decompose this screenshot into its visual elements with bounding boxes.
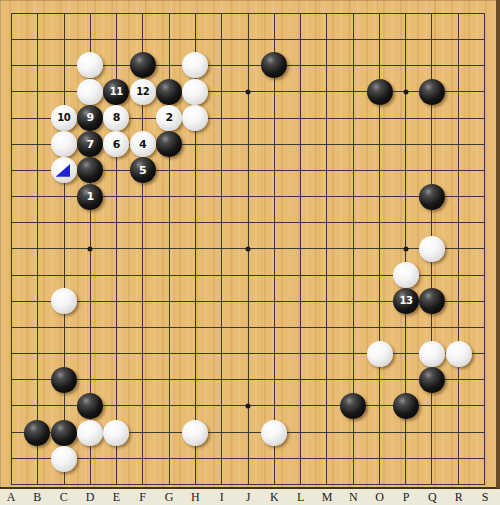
move-number: 13: [400, 296, 413, 306]
coordinate-label: N: [344, 490, 362, 504]
star-point: [404, 89, 409, 94]
coordinate-label: J: [239, 490, 257, 504]
stone-black[interactable]: [24, 420, 50, 446]
move-number: 5: [139, 165, 146, 176]
coordinate-label: I: [213, 490, 231, 504]
stone-white[interactable]: [261, 420, 287, 446]
move-number: 6: [113, 139, 120, 150]
coordinate-label: F: [134, 490, 152, 504]
star-point: [246, 404, 251, 409]
coordinate-label: D: [81, 490, 99, 504]
move-number: 4: [139, 139, 146, 150]
stone-white[interactable]: [182, 52, 208, 78]
move-number: 2: [165, 112, 172, 123]
stone-white[interactable]: 4: [130, 131, 156, 157]
coordinate-label: H: [186, 490, 204, 504]
coordinate-label: A: [2, 490, 20, 504]
stone-white[interactable]: [419, 341, 445, 367]
coordinate-label: C: [55, 490, 73, 504]
stone-white[interactable]: [393, 262, 419, 288]
stone-white[interactable]: 6: [103, 131, 129, 157]
stone-white[interactable]: [182, 79, 208, 105]
star-point: [404, 247, 409, 252]
stone-black[interactable]: [340, 393, 366, 419]
coordinate-label: O: [371, 490, 389, 504]
stone-black[interactable]: [419, 288, 445, 314]
coordinate-label: E: [107, 490, 125, 504]
board-overlay: 1112109827645113: [11, 13, 485, 485]
star-point: [246, 89, 251, 94]
stone-white[interactable]: [51, 131, 77, 157]
stone-black[interactable]: [419, 184, 445, 210]
stone-black[interactable]: [367, 79, 393, 105]
coordinate-label: S: [476, 490, 494, 504]
stone-black[interactable]: [419, 79, 445, 105]
stone-black[interactable]: [51, 367, 77, 393]
stone-black[interactable]: [393, 393, 419, 419]
coordinate-label: K: [265, 490, 283, 504]
move-number: 12: [136, 87, 149, 97]
stone-white[interactable]: [182, 105, 208, 131]
stone-white[interactable]: [182, 420, 208, 446]
stone-black[interactable]: [130, 52, 156, 78]
stone-white[interactable]: [51, 446, 77, 472]
move-number: 7: [86, 139, 93, 150]
stone-black[interactable]: [419, 367, 445, 393]
stone-white[interactable]: [77, 79, 103, 105]
move-number: 10: [57, 113, 70, 123]
stone-white[interactable]: [51, 288, 77, 314]
stone-white[interactable]: [77, 52, 103, 78]
coordinate-label: Q: [423, 490, 441, 504]
stone-white[interactable]: [367, 341, 393, 367]
coordinate-label: B: [28, 490, 46, 504]
go-board[interactable]: 1112109827645113: [0, 0, 500, 489]
stone-white[interactable]: [77, 420, 103, 446]
stone-black[interactable]: 5: [130, 157, 156, 183]
stone-white[interactable]: 2: [156, 105, 182, 131]
stone-white[interactable]: 10: [51, 105, 77, 131]
stone-black[interactable]: [156, 131, 182, 157]
stone-black[interactable]: 7: [77, 131, 103, 157]
stone-black[interactable]: [77, 393, 103, 419]
stone-black[interactable]: [261, 52, 287, 78]
stone-white[interactable]: [51, 157, 77, 183]
coordinate-label: P: [397, 490, 415, 504]
stone-black[interactable]: [77, 157, 103, 183]
stone-black[interactable]: 11: [103, 79, 129, 105]
stone-black[interactable]: 9: [77, 105, 103, 131]
move-number: 8: [113, 112, 120, 123]
move-number: 11: [110, 87, 123, 97]
move-number: 1: [86, 191, 93, 202]
coordinate-label: R: [450, 490, 468, 504]
move-number: 9: [86, 112, 93, 123]
blue-triangle-marker-icon: [56, 163, 71, 177]
coordinate-label: L: [292, 490, 310, 504]
stone-white[interactable]: [446, 341, 472, 367]
stone-white[interactable]: 8: [103, 105, 129, 131]
stone-white[interactable]: [419, 236, 445, 262]
stone-white[interactable]: 12: [130, 79, 156, 105]
stone-black[interactable]: [156, 79, 182, 105]
go-diagram-app: 1112109827645113 ABCDEFGHIJKLMNOPQRS: [0, 0, 500, 505]
star-point: [88, 247, 93, 252]
stone-black[interactable]: 13: [393, 288, 419, 314]
star-point: [246, 247, 251, 252]
stone-black[interactable]: 1: [77, 184, 103, 210]
stone-white[interactable]: [103, 420, 129, 446]
coordinate-label: G: [160, 490, 178, 504]
stone-black[interactable]: [51, 420, 77, 446]
coordinate-label: M: [318, 490, 336, 504]
coordinate-labels-strip: ABCDEFGHIJKLMNOPQRS: [0, 489, 500, 505]
